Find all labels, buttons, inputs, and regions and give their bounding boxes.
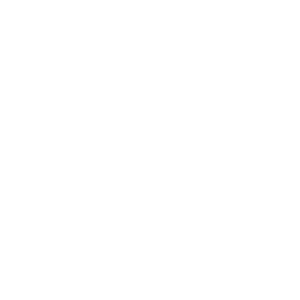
product-photo-stage [0,0,300,300]
chess-set-photo [0,0,300,300]
